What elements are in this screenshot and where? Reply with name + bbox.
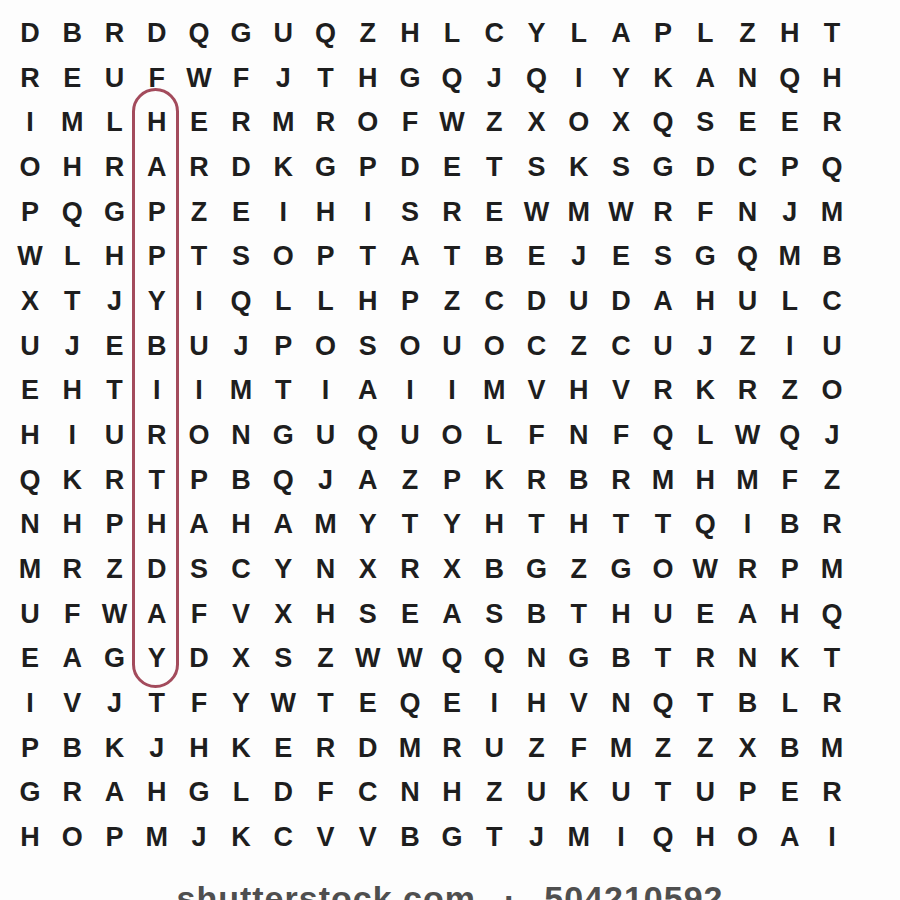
grid-cell[interactable]: Z: [431, 279, 473, 324]
grid-cell[interactable]: R: [51, 547, 93, 592]
grid-cell[interactable]: Y: [136, 279, 178, 324]
grid-cell[interactable]: B: [51, 11, 93, 56]
grid-cell[interactable]: I: [431, 368, 473, 413]
grid-cell[interactable]: Q: [769, 56, 811, 101]
grid-cell[interactable]: R: [93, 11, 135, 56]
grid-cell[interactable]: K: [220, 815, 262, 860]
grid-cell[interactable]: T: [642, 637, 684, 682]
grid-cell[interactable]: G: [389, 56, 431, 101]
grid-cell[interactable]: Q: [473, 637, 515, 682]
grid-cell[interactable]: H: [304, 190, 346, 235]
grid-cell[interactable]: D: [684, 145, 726, 190]
grid-cell[interactable]: Q: [642, 681, 684, 726]
grid-cell[interactable]: A: [347, 458, 389, 503]
grid-cell[interactable]: P: [769, 547, 811, 592]
grid-cell[interactable]: G: [515, 547, 557, 592]
grid-cell[interactable]: G: [642, 145, 684, 190]
grid-cell[interactable]: R: [93, 458, 135, 503]
grid-cell[interactable]: H: [769, 11, 811, 56]
grid-cell[interactable]: Z: [726, 324, 768, 369]
grid-cell[interactable]: C: [473, 11, 515, 56]
grid-cell[interactable]: I: [178, 368, 220, 413]
grid-cell[interactable]: B: [515, 592, 557, 637]
grid-cell[interactable]: T: [811, 637, 853, 682]
grid-cell[interactable]: R: [811, 771, 853, 816]
grid-cell[interactable]: U: [558, 279, 600, 324]
grid-cell[interactable]: E: [262, 726, 304, 771]
grid-cell[interactable]: E: [347, 681, 389, 726]
grid-cell[interactable]: A: [178, 503, 220, 548]
grid-cell[interactable]: K: [558, 145, 600, 190]
grid-cell[interactable]: U: [600, 771, 642, 816]
grid-cell[interactable]: I: [389, 368, 431, 413]
grid-cell[interactable]: Q: [811, 145, 853, 190]
grid-cell[interactable]: K: [262, 145, 304, 190]
grid-cell[interactable]: T: [178, 234, 220, 279]
grid-cell[interactable]: R: [642, 190, 684, 235]
grid-cell[interactable]: Y: [600, 56, 642, 101]
grid-cell[interactable]: Q: [769, 413, 811, 458]
grid-cell[interactable]: O: [347, 100, 389, 145]
grid-cell[interactable]: F: [220, 56, 262, 101]
grid-cell[interactable]: N: [726, 637, 768, 682]
grid-cell[interactable]: W: [9, 234, 51, 279]
grid-cell[interactable]: S: [347, 324, 389, 369]
grid-cell[interactable]: Q: [347, 413, 389, 458]
grid-cell[interactable]: L: [684, 413, 726, 458]
grid-cell[interactable]: O: [178, 413, 220, 458]
grid-cell[interactable]: W: [347, 637, 389, 682]
grid-cell[interactable]: F: [515, 413, 557, 458]
grid-cell[interactable]: U: [642, 324, 684, 369]
grid-cell[interactable]: M: [769, 234, 811, 279]
grid-cell[interactable]: T: [304, 681, 346, 726]
grid-cell[interactable]: H: [304, 592, 346, 637]
grid-cell[interactable]: H: [347, 279, 389, 324]
grid-cell[interactable]: H: [389, 11, 431, 56]
grid-cell[interactable]: P: [347, 145, 389, 190]
grid-cell[interactable]: X: [347, 547, 389, 592]
grid-cell[interactable]: Q: [811, 592, 853, 637]
grid-cell[interactable]: Q: [389, 681, 431, 726]
grid-cell[interactable]: C: [473, 279, 515, 324]
grid-cell[interactable]: T: [136, 458, 178, 503]
grid-cell[interactable]: J: [220, 324, 262, 369]
grid-cell[interactable]: A: [642, 279, 684, 324]
grid-cell[interactable]: V: [558, 681, 600, 726]
grid-cell[interactable]: H: [220, 503, 262, 548]
grid-cell[interactable]: R: [304, 100, 346, 145]
grid-cell[interactable]: F: [600, 413, 642, 458]
grid-cell[interactable]: R: [726, 368, 768, 413]
grid-cell[interactable]: F: [178, 681, 220, 726]
grid-cell[interactable]: M: [642, 458, 684, 503]
grid-cell[interactable]: P: [642, 11, 684, 56]
grid-cell[interactable]: R: [136, 413, 178, 458]
grid-cell[interactable]: J: [178, 815, 220, 860]
grid-cell[interactable]: G: [558, 637, 600, 682]
grid-cell[interactable]: B: [136, 324, 178, 369]
grid-cell[interactable]: I: [347, 190, 389, 235]
grid-cell[interactable]: A: [136, 145, 178, 190]
grid-cell[interactable]: P: [262, 324, 304, 369]
grid-cell[interactable]: H: [93, 234, 135, 279]
grid-cell[interactable]: Z: [473, 100, 515, 145]
grid-cell[interactable]: Q: [642, 413, 684, 458]
grid-cell[interactable]: E: [769, 771, 811, 816]
grid-cell[interactable]: W: [515, 190, 557, 235]
grid-cell[interactable]: M: [136, 815, 178, 860]
grid-cell[interactable]: B: [51, 726, 93, 771]
grid-cell[interactable]: P: [136, 234, 178, 279]
grid-cell[interactable]: Y: [431, 503, 473, 548]
grid-cell[interactable]: B: [389, 815, 431, 860]
grid-cell[interactable]: T: [600, 503, 642, 548]
grid-cell[interactable]: M: [389, 726, 431, 771]
grid-cell[interactable]: N: [9, 503, 51, 548]
grid-cell[interactable]: M: [811, 547, 853, 592]
grid-cell[interactable]: E: [9, 637, 51, 682]
grid-cell[interactable]: H: [51, 503, 93, 548]
grid-cell[interactable]: U: [642, 592, 684, 637]
grid-cell[interactable]: P: [9, 726, 51, 771]
grid-cell[interactable]: A: [51, 637, 93, 682]
grid-cell[interactable]: T: [558, 592, 600, 637]
grid-cell[interactable]: P: [769, 145, 811, 190]
grid-cell[interactable]: H: [473, 503, 515, 548]
grid-cell[interactable]: M: [558, 815, 600, 860]
grid-cell[interactable]: H: [9, 413, 51, 458]
grid-cell[interactable]: G: [93, 190, 135, 235]
grid-cell[interactable]: K: [473, 458, 515, 503]
grid-cell[interactable]: T: [431, 234, 473, 279]
grid-cell[interactable]: S: [684, 100, 726, 145]
grid-cell[interactable]: R: [811, 503, 853, 548]
grid-cell[interactable]: E: [51, 56, 93, 101]
grid-cell[interactable]: P: [93, 815, 135, 860]
grid-cell[interactable]: U: [684, 771, 726, 816]
grid-cell[interactable]: M: [726, 458, 768, 503]
grid-cell[interactable]: B: [769, 503, 811, 548]
grid-cell[interactable]: F: [769, 458, 811, 503]
grid-cell[interactable]: M: [473, 368, 515, 413]
grid-cell[interactable]: Q: [178, 11, 220, 56]
grid-cell[interactable]: T: [473, 815, 515, 860]
grid-cell[interactable]: W: [93, 592, 135, 637]
grid-cell[interactable]: U: [9, 592, 51, 637]
grid-cell[interactable]: Q: [431, 637, 473, 682]
grid-cell[interactable]: Z: [178, 190, 220, 235]
grid-cell[interactable]: E: [431, 681, 473, 726]
grid-cell[interactable]: R: [600, 458, 642, 503]
grid-cell[interactable]: C: [515, 324, 557, 369]
grid-cell[interactable]: N: [726, 56, 768, 101]
grid-cell[interactable]: M: [600, 726, 642, 771]
grid-cell[interactable]: P: [136, 190, 178, 235]
grid-cell[interactable]: J: [93, 279, 135, 324]
grid-cell[interactable]: Z: [473, 771, 515, 816]
grid-cell[interactable]: S: [347, 592, 389, 637]
grid-cell[interactable]: S: [515, 145, 557, 190]
grid-cell[interactable]: A: [93, 771, 135, 816]
grid-cell[interactable]: Q: [220, 279, 262, 324]
grid-cell[interactable]: T: [262, 368, 304, 413]
grid-cell[interactable]: S: [262, 637, 304, 682]
grid-cell[interactable]: D: [262, 771, 304, 816]
grid-cell[interactable]: U: [811, 324, 853, 369]
grid-cell[interactable]: W: [262, 681, 304, 726]
grid-cell[interactable]: I: [262, 190, 304, 235]
grid-cell[interactable]: N: [558, 413, 600, 458]
grid-cell[interactable]: D: [220, 145, 262, 190]
grid-cell[interactable]: E: [726, 100, 768, 145]
grid-cell[interactable]: M: [558, 190, 600, 235]
grid-cell[interactable]: O: [262, 234, 304, 279]
grid-cell[interactable]: V: [304, 815, 346, 860]
grid-cell[interactable]: M: [811, 190, 853, 235]
grid-cell[interactable]: X: [600, 100, 642, 145]
grid-cell[interactable]: U: [304, 413, 346, 458]
grid-cell[interactable]: A: [136, 592, 178, 637]
grid-cell[interactable]: A: [726, 592, 768, 637]
grid-cell[interactable]: Q: [431, 56, 473, 101]
grid-cell[interactable]: Z: [642, 726, 684, 771]
grid-cell[interactable]: R: [811, 681, 853, 726]
grid-cell[interactable]: E: [769, 100, 811, 145]
grid-cell[interactable]: Q: [51, 190, 93, 235]
grid-cell[interactable]: S: [600, 145, 642, 190]
grid-cell[interactable]: T: [93, 368, 135, 413]
grid-cell[interactable]: P: [389, 279, 431, 324]
grid-cell[interactable]: E: [600, 234, 642, 279]
grid-cell[interactable]: Y: [515, 11, 557, 56]
grid-cell[interactable]: Q: [304, 11, 346, 56]
grid-cell[interactable]: L: [769, 279, 811, 324]
grid-cell[interactable]: A: [600, 11, 642, 56]
grid-cell[interactable]: V: [347, 815, 389, 860]
grid-cell[interactable]: Z: [515, 726, 557, 771]
grid-cell[interactable]: Z: [347, 11, 389, 56]
grid-cell[interactable]: F: [389, 100, 431, 145]
grid-cell[interactable]: Q: [9, 458, 51, 503]
grid-cell[interactable]: G: [304, 145, 346, 190]
grid-cell[interactable]: B: [811, 234, 853, 279]
grid-cell[interactable]: X: [515, 100, 557, 145]
grid-cell[interactable]: M: [262, 100, 304, 145]
grid-cell[interactable]: S: [178, 547, 220, 592]
grid-cell[interactable]: Z: [558, 547, 600, 592]
grid-cell[interactable]: M: [220, 368, 262, 413]
grid-cell[interactable]: Y: [347, 503, 389, 548]
grid-cell[interactable]: J: [769, 190, 811, 235]
grid-cell[interactable]: D: [347, 726, 389, 771]
grid-cell[interactable]: H: [347, 56, 389, 101]
grid-cell[interactable]: W: [178, 56, 220, 101]
grid-cell[interactable]: O: [9, 145, 51, 190]
grid-cell[interactable]: T: [811, 11, 853, 56]
grid-cell[interactable]: M: [51, 100, 93, 145]
grid-cell[interactable]: Z: [558, 324, 600, 369]
grid-cell[interactable]: R: [389, 547, 431, 592]
grid-cell[interactable]: U: [93, 56, 135, 101]
grid-cell[interactable]: P: [431, 458, 473, 503]
grid-cell[interactable]: W: [431, 100, 473, 145]
grid-cell[interactable]: E: [431, 145, 473, 190]
grid-cell[interactable]: U: [515, 771, 557, 816]
grid-cell[interactable]: H: [558, 368, 600, 413]
grid-cell[interactable]: G: [9, 771, 51, 816]
grid-cell[interactable]: Q: [642, 100, 684, 145]
grid-cell[interactable]: H: [769, 592, 811, 637]
grid-cell[interactable]: H: [51, 145, 93, 190]
grid-cell[interactable]: H: [558, 503, 600, 548]
grid-cell[interactable]: F: [684, 190, 726, 235]
grid-cell[interactable]: K: [642, 56, 684, 101]
grid-cell[interactable]: F: [136, 56, 178, 101]
grid-cell[interactable]: O: [389, 324, 431, 369]
grid-cell[interactable]: Q: [684, 503, 726, 548]
grid-cell[interactable]: M: [811, 726, 853, 771]
grid-cell[interactable]: P: [178, 458, 220, 503]
grid-cell[interactable]: J: [558, 234, 600, 279]
grid-cell[interactable]: L: [558, 11, 600, 56]
grid-cell[interactable]: C: [262, 815, 304, 860]
grid-cell[interactable]: I: [51, 413, 93, 458]
grid-cell[interactable]: L: [431, 11, 473, 56]
grid-cell[interactable]: N: [726, 190, 768, 235]
grid-cell[interactable]: O: [473, 324, 515, 369]
grid-cell[interactable]: R: [220, 100, 262, 145]
grid-cell[interactable]: U: [431, 324, 473, 369]
grid-cell[interactable]: X: [220, 637, 262, 682]
grid-cell[interactable]: G: [178, 771, 220, 816]
grid-cell[interactable]: K: [769, 637, 811, 682]
grid-cell[interactable]: J: [811, 413, 853, 458]
grid-cell[interactable]: O: [558, 100, 600, 145]
grid-cell[interactable]: K: [558, 771, 600, 816]
grid-cell[interactable]: B: [220, 458, 262, 503]
grid-cell[interactable]: I: [811, 815, 853, 860]
grid-cell[interactable]: S: [642, 234, 684, 279]
grid-cell[interactable]: G: [431, 815, 473, 860]
grid-cell[interactable]: D: [515, 279, 557, 324]
grid-cell[interactable]: R: [304, 726, 346, 771]
grid-cell[interactable]: J: [684, 324, 726, 369]
grid-cell[interactable]: R: [726, 547, 768, 592]
grid-cell[interactable]: R: [431, 190, 473, 235]
grid-cell[interactable]: U: [93, 413, 135, 458]
grid-cell[interactable]: H: [600, 592, 642, 637]
grid-cell[interactable]: G: [684, 234, 726, 279]
grid-cell[interactable]: H: [515, 681, 557, 726]
grid-cell[interactable]: X: [726, 726, 768, 771]
grid-cell[interactable]: F: [558, 726, 600, 771]
grid-cell[interactable]: U: [726, 279, 768, 324]
grid-cell[interactable]: E: [93, 324, 135, 369]
grid-cell[interactable]: I: [769, 324, 811, 369]
grid-cell[interactable]: G: [93, 637, 135, 682]
grid-cell[interactable]: H: [811, 56, 853, 101]
grid-cell[interactable]: T: [304, 56, 346, 101]
grid-cell[interactable]: Z: [93, 547, 135, 592]
grid-cell[interactable]: A: [262, 503, 304, 548]
grid-cell[interactable]: A: [431, 592, 473, 637]
grid-cell[interactable]: L: [93, 100, 135, 145]
grid-cell[interactable]: D: [178, 637, 220, 682]
grid-cell[interactable]: R: [811, 100, 853, 145]
grid-cell[interactable]: B: [600, 637, 642, 682]
grid-cell[interactable]: R: [684, 637, 726, 682]
grid-cell[interactable]: W: [389, 637, 431, 682]
grid-cell[interactable]: Z: [726, 11, 768, 56]
grid-cell[interactable]: Y: [220, 681, 262, 726]
grid-cell[interactable]: I: [178, 279, 220, 324]
grid-cell[interactable]: A: [389, 234, 431, 279]
grid-cell[interactable]: P: [726, 771, 768, 816]
grid-cell[interactable]: Z: [304, 637, 346, 682]
grid-cell[interactable]: L: [769, 681, 811, 726]
grid-cell[interactable]: T: [347, 234, 389, 279]
grid-cell[interactable]: J: [51, 324, 93, 369]
grid-cell[interactable]: H: [684, 279, 726, 324]
grid-cell[interactable]: R: [93, 145, 135, 190]
grid-cell[interactable]: R: [642, 368, 684, 413]
grid-cell[interactable]: U: [9, 324, 51, 369]
grid-cell[interactable]: Z: [769, 368, 811, 413]
grid-cell[interactable]: Q: [642, 815, 684, 860]
grid-cell[interactable]: C: [726, 145, 768, 190]
grid-cell[interactable]: R: [431, 726, 473, 771]
grid-cell[interactable]: Q: [726, 234, 768, 279]
grid-cell[interactable]: H: [431, 771, 473, 816]
grid-cell[interactable]: E: [389, 592, 431, 637]
grid-cell[interactable]: H: [178, 726, 220, 771]
grid-cell[interactable]: E: [473, 190, 515, 235]
grid-cell[interactable]: I: [473, 681, 515, 726]
grid-cell[interactable]: O: [51, 815, 93, 860]
grid-cell[interactable]: G: [220, 11, 262, 56]
grid-cell[interactable]: I: [9, 681, 51, 726]
grid-cell[interactable]: B: [726, 681, 768, 726]
grid-cell[interactable]: O: [304, 324, 346, 369]
grid-cell[interactable]: F: [51, 592, 93, 637]
grid-cell[interactable]: W: [726, 413, 768, 458]
grid-cell[interactable]: V: [515, 368, 557, 413]
grid-cell[interactable]: E: [220, 190, 262, 235]
grid-cell[interactable]: F: [178, 592, 220, 637]
grid-cell[interactable]: O: [431, 413, 473, 458]
grid-cell[interactable]: E: [515, 234, 557, 279]
grid-cell[interactable]: O: [726, 815, 768, 860]
grid-cell[interactable]: A: [684, 56, 726, 101]
grid-cell[interactable]: C: [811, 279, 853, 324]
grid-cell[interactable]: S: [220, 234, 262, 279]
grid-cell[interactable]: L: [304, 279, 346, 324]
grid-cell[interactable]: A: [769, 815, 811, 860]
grid-cell[interactable]: W: [684, 547, 726, 592]
grid-cell[interactable]: G: [600, 547, 642, 592]
grid-cell[interactable]: H: [684, 815, 726, 860]
grid-cell[interactable]: I: [9, 100, 51, 145]
grid-cell[interactable]: T: [642, 771, 684, 816]
grid-cell[interactable]: P: [304, 234, 346, 279]
grid-cell[interactable]: D: [136, 547, 178, 592]
grid-cell[interactable]: L: [684, 11, 726, 56]
grid-cell[interactable]: N: [389, 771, 431, 816]
grid-cell[interactable]: D: [136, 11, 178, 56]
grid-cell[interactable]: U: [389, 413, 431, 458]
grid-cell[interactable]: B: [558, 458, 600, 503]
